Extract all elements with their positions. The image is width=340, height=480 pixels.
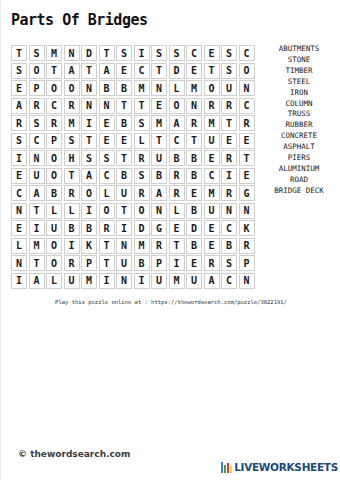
grid-cell[interactable]: T: [81, 133, 97, 149]
grid-cell[interactable]: P: [81, 255, 97, 271]
grid-cell[interactable]: M: [204, 115, 220, 131]
liveworksheets-icon: [221, 462, 232, 473]
grid-cell[interactable]: U: [29, 168, 45, 184]
grid-cell[interactable]: B: [134, 255, 150, 271]
grid-cell[interactable]: R: [29, 98, 45, 114]
grid-cell[interactable]: U: [46, 220, 62, 236]
grid-cell[interactable]: N: [99, 98, 115, 114]
grid-cell[interactable]: E: [169, 220, 185, 236]
grid-cell[interactable]: T: [116, 98, 132, 114]
grid-cell[interactable]: A: [29, 185, 45, 201]
grid-cell[interactable]: U: [151, 273, 167, 289]
grid-cell[interactable]: U: [116, 185, 132, 201]
grid-cell[interactable]: E: [116, 133, 132, 149]
grid-cell[interactable]: K: [81, 238, 97, 254]
liveworksheets-label: LIVEWORKSHEETS: [234, 461, 338, 473]
grid-cell[interactable]: M: [134, 80, 150, 96]
grid-cell[interactable]: S: [116, 45, 132, 61]
word-list-item: RUBBER: [257, 120, 340, 131]
grid-cell[interactable]: B: [99, 80, 115, 96]
grid-cell[interactable]: E: [116, 63, 132, 79]
grid-cell[interactable]: S: [151, 45, 167, 61]
word-list-item: IRON: [257, 88, 340, 99]
grid-cell[interactable]: N: [151, 203, 167, 219]
grid-cell[interactable]: U: [151, 150, 167, 166]
grid-cell[interactable]: U: [64, 273, 80, 289]
grid-cell[interactable]: S: [221, 45, 237, 61]
grid-cell[interactable]: C: [186, 45, 202, 61]
word-list-item: COLUMN: [257, 99, 340, 110]
grid-cell[interactable]: M: [186, 80, 202, 96]
grid-cell[interactable]: L: [46, 203, 62, 219]
grid-cell[interactable]: B: [81, 220, 97, 236]
grid-cell[interactable]: O: [81, 185, 97, 201]
grid-cell[interactable]: I: [64, 238, 80, 254]
grid-cell[interactable]: L: [134, 133, 150, 149]
grid-cell[interactable]: E: [204, 238, 220, 254]
word-list-item: ASPHALT: [257, 142, 340, 153]
liveworksheets-logo[interactable]: LIVEWORKSHEETS: [221, 461, 338, 473]
grid-cell[interactable]: C: [221, 220, 237, 236]
word-list-item: ROAD: [257, 175, 340, 186]
grid-cell[interactable]: T: [46, 63, 62, 79]
grid-cell[interactable]: N: [81, 98, 97, 114]
grid-cell[interactable]: R: [169, 185, 185, 201]
grid-cell[interactable]: T: [186, 133, 202, 149]
grid-cell[interactable]: R: [64, 185, 80, 201]
grid-cell[interactable]: O: [29, 63, 45, 79]
grid-cell[interactable]: G: [151, 220, 167, 236]
grid-cell[interactable]: R: [134, 150, 150, 166]
grid-cell[interactable]: S: [221, 255, 237, 271]
grid-cell[interactable]: L: [11, 238, 27, 254]
grid-cell[interactable]: M: [134, 238, 150, 254]
grid-cell[interactable]: N: [116, 238, 132, 254]
grid-cell[interactable]: I: [134, 273, 150, 289]
grid-cell[interactable]: I: [81, 115, 97, 131]
grid-cell[interactable]: E: [11, 220, 27, 236]
grid-cell[interactable]: R: [64, 255, 80, 271]
page-title: Parts Of Bridges: [11, 11, 148, 29]
grid-cell[interactable]: T: [151, 63, 167, 79]
grid-cell[interactable]: T: [169, 238, 185, 254]
grid-cell[interactable]: R: [204, 255, 220, 271]
grid-cell[interactable]: B: [116, 115, 132, 131]
grid-cell[interactable]: T: [239, 150, 255, 166]
grid-cell[interactable]: L: [99, 185, 115, 201]
grid-cell[interactable]: C: [134, 63, 150, 79]
word-list-item: PIERS: [257, 153, 340, 164]
grid-cell[interactable]: R: [239, 115, 255, 131]
grid-cell[interactable]: T: [116, 150, 132, 166]
grid-cell[interactable]: T: [81, 63, 97, 79]
grid-cell[interactable]: S: [11, 133, 27, 149]
grid-cell[interactable]: E: [239, 168, 255, 184]
grid-cell[interactable]: N: [11, 255, 27, 271]
grid-cell[interactable]: C: [29, 133, 45, 149]
grid-cell[interactable]: R: [169, 168, 185, 184]
grid-cell[interactable]: O: [46, 150, 62, 166]
copyright-text: © thewordsearch.com: [18, 449, 130, 459]
grid-cell[interactable]: O: [239, 63, 255, 79]
grid-cell[interactable]: B: [186, 203, 202, 219]
word-list-item: ALUMINIUM: [257, 164, 340, 175]
grid-cell[interactable]: B: [186, 168, 202, 184]
grid-cell[interactable]: M: [151, 115, 167, 131]
grid-cell[interactable]: I: [116, 220, 132, 236]
grid-cell[interactable]: C: [99, 168, 115, 184]
grid-cell[interactable]: E: [99, 133, 115, 149]
grid-cell[interactable]: A: [99, 63, 115, 79]
grid-cell[interactable]: O: [46, 238, 62, 254]
grid-cell[interactable]: B: [186, 150, 202, 166]
grid-cell[interactable]: N: [221, 203, 237, 219]
grid-cell[interactable]: T: [11, 45, 27, 61]
grid-cell[interactable]: C: [169, 133, 185, 149]
grid-cell[interactable]: S: [99, 150, 115, 166]
grid-cell[interactable]: E: [204, 150, 220, 166]
grid-cell[interactable]: S: [134, 115, 150, 131]
word-list-item: BRIDGE DECK: [257, 186, 340, 197]
grid-cell[interactable]: O: [46, 80, 62, 96]
grid-cell[interactable]: M: [46, 45, 62, 61]
grid-cell[interactable]: M: [29, 238, 45, 254]
grid-cell[interactable]: O: [46, 255, 62, 271]
grid-cell[interactable]: R: [99, 220, 115, 236]
grid-cell[interactable]: S: [29, 115, 45, 131]
grid-cell[interactable]: N: [81, 80, 97, 96]
grid-cell[interactable]: D: [81, 45, 97, 61]
grid-cell[interactable]: E: [186, 255, 202, 271]
grid-cell[interactable]: R: [134, 185, 150, 201]
grid-cell[interactable]: T: [204, 63, 220, 79]
grid-cell[interactable]: A: [29, 273, 45, 289]
grid-cell[interactable]: R: [46, 115, 62, 131]
grid-cell[interactable]: L: [169, 80, 185, 96]
grid-cell[interactable]: A: [204, 273, 220, 289]
grid-cell[interactable]: U: [204, 133, 220, 149]
grid-cell[interactable]: N: [239, 203, 255, 219]
grid-cell[interactable]: T: [99, 238, 115, 254]
grid-cell[interactable]: D: [169, 63, 185, 79]
word-list-item: CONCRETE: [257, 131, 340, 142]
grid-cell[interactable]: N: [186, 98, 202, 114]
grid-cell[interactable]: B: [151, 168, 167, 184]
grid-cell[interactable]: B: [186, 238, 202, 254]
grid-cell[interactable]: N: [151, 80, 167, 96]
grid-cell[interactable]: R: [221, 98, 237, 114]
grid-cell[interactable]: O: [169, 98, 185, 114]
grid-cell[interactable]: U: [116, 255, 132, 271]
grid-cell[interactable]: N: [29, 150, 45, 166]
grid-cell[interactable]: N: [239, 80, 255, 96]
grid-cell[interactable]: I: [169, 255, 185, 271]
word-search-grid: TSMNDTSISSCESCSOTATAECTDETSOEPOONBBMNLMO…: [11, 45, 255, 289]
grid-cell[interactable]: D: [186, 220, 202, 236]
grid-cell[interactable]: R: [186, 115, 202, 131]
grid-cell[interactable]: O: [99, 203, 115, 219]
grid-cell[interactable]: I: [29, 220, 45, 236]
grid-cell[interactable]: T: [221, 115, 237, 131]
grid-cell[interactable]: C: [204, 168, 220, 184]
grid-cell[interactable]: K: [239, 220, 255, 236]
grid-cell[interactable]: O: [204, 80, 220, 96]
grid-cell[interactable]: T: [151, 133, 167, 149]
grid-cell[interactable]: P: [151, 255, 167, 271]
grid-cell[interactable]: S: [221, 63, 237, 79]
grid-cell[interactable]: T: [64, 168, 80, 184]
grid-cell[interactable]: E: [99, 115, 115, 131]
grid-cell[interactable]: G: [239, 185, 255, 201]
grid-cell[interactable]: T: [134, 98, 150, 114]
grid-cell[interactable]: N: [239, 273, 255, 289]
grid-cell[interactable]: T: [29, 203, 45, 219]
grid-cell[interactable]: A: [11, 98, 27, 114]
grid-cell[interactable]: T: [99, 255, 115, 271]
grid-cell[interactable]: P: [29, 80, 45, 96]
grid-cell[interactable]: R: [151, 238, 167, 254]
grid-cell[interactable]: R: [239, 238, 255, 254]
grid-cell[interactable]: I: [99, 273, 115, 289]
word-list-item: TIMBER: [257, 66, 340, 77]
grid-cell[interactable]: B: [116, 80, 132, 96]
grid-cell[interactable]: C: [46, 98, 62, 114]
grid-cell[interactable]: B: [116, 168, 132, 184]
grid-cell[interactable]: T: [116, 203, 132, 219]
grid-cell[interactable]: E: [11, 168, 27, 184]
grid-cell[interactable]: S: [29, 45, 45, 61]
grid-cell[interactable]: N: [64, 45, 80, 61]
grid-cell[interactable]: I: [221, 168, 237, 184]
grid-cell[interactable]: O: [64, 80, 80, 96]
grid-cell[interactable]: U: [204, 203, 220, 219]
grid-cell[interactable]: I: [134, 45, 150, 61]
grid-cell[interactable]: T: [29, 255, 45, 271]
grid-cell[interactable]: L: [64, 203, 80, 219]
grid-cell[interactable]: C: [11, 185, 27, 201]
word-list-item: ABUTMENTS: [257, 44, 340, 55]
grid-cell[interactable]: U: [221, 80, 237, 96]
play-online-link[interactable]: Play this puzzle online at : https://the…: [1, 299, 340, 305]
grid-cell[interactable]: E: [11, 80, 27, 96]
grid-cell[interactable]: H: [64, 150, 80, 166]
word-list-item: TRUSS: [257, 109, 340, 120]
grid-cell[interactable]: I: [11, 150, 27, 166]
grid-cell[interactable]: A: [81, 168, 97, 184]
grid-cell[interactable]: S: [134, 168, 150, 184]
grid-cell[interactable]: E: [186, 63, 202, 79]
grid-cell[interactable]: E: [239, 133, 255, 149]
grid-cell[interactable]: U: [186, 273, 202, 289]
grid-cell[interactable]: O: [46, 168, 62, 184]
grid-cell[interactable]: P: [46, 133, 62, 149]
grid-cell[interactable]: T: [99, 45, 115, 61]
grid-cell[interactable]: C: [239, 98, 255, 114]
grid-cell[interactable]: N: [116, 273, 132, 289]
grid-cell[interactable]: E: [204, 45, 220, 61]
grid-cell[interactable]: S: [64, 133, 80, 149]
grid-cell[interactable]: B: [221, 238, 237, 254]
word-list: ABUTMENTSSTONETIMBERSTEELIRONCOLUMNTRUSS…: [257, 44, 340, 197]
grid-cell[interactable]: D: [134, 220, 150, 236]
grid-cell[interactable]: E: [151, 98, 167, 114]
grid-cell[interactable]: M: [169, 273, 185, 289]
grid-cell[interactable]: A: [169, 115, 185, 131]
grid-cell[interactable]: I: [11, 273, 27, 289]
grid-cell[interactable]: B: [64, 220, 80, 236]
grid-cell[interactable]: R: [221, 150, 237, 166]
grid-cell[interactable]: R: [64, 98, 80, 114]
grid-cell[interactable]: E: [204, 220, 220, 236]
grid-cell[interactable]: C: [221, 273, 237, 289]
grid-cell[interactable]: C: [239, 45, 255, 61]
grid-cell[interactable]: M: [81, 273, 97, 289]
grid-cell[interactable]: S: [11, 63, 27, 79]
worksheet-page: Parts Of Bridges TSMNDTSISSCESCSOTATAECT…: [0, 0, 340, 480]
grid-cell[interactable]: M: [204, 185, 220, 201]
grid-cell[interactable]: S: [81, 150, 97, 166]
grid-cell[interactable]: L: [46, 273, 62, 289]
grid-cell[interactable]: A: [64, 63, 80, 79]
grid-cell[interactable]: E: [186, 185, 202, 201]
grid-cell[interactable]: R: [221, 185, 237, 201]
grid-cell[interactable]: E: [221, 133, 237, 149]
grid-cell[interactable]: O: [134, 203, 150, 219]
grid-cell[interactable]: M: [64, 115, 80, 131]
word-list-item: STEEL: [257, 77, 340, 88]
word-list-item: STONE: [257, 55, 340, 66]
grid-cell[interactable]: B: [46, 185, 62, 201]
grid-cell[interactable]: A: [151, 185, 167, 201]
grid-cell[interactable]: S: [169, 45, 185, 61]
grid-cell[interactable]: N: [11, 203, 27, 219]
grid-cell[interactable]: R: [204, 98, 220, 114]
grid-cell[interactable]: B: [169, 150, 185, 166]
grid-cell[interactable]: R: [11, 115, 27, 131]
grid-cell[interactable]: L: [169, 203, 185, 219]
grid-cell[interactable]: P: [239, 255, 255, 271]
grid-cell[interactable]: I: [81, 203, 97, 219]
